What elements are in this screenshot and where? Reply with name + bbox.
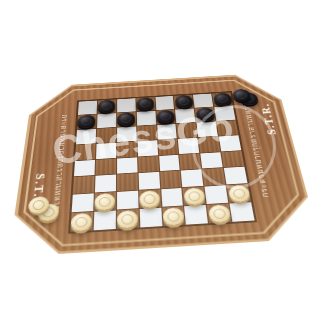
square-b3[interactable] [95, 175, 116, 193]
square-f5[interactable] [178, 138, 199, 154]
square-b8[interactable] [97, 99, 116, 113]
square-a5[interactable] [75, 144, 95, 160]
square-h5[interactable] [219, 135, 241, 151]
square-h1[interactable] [230, 202, 255, 222]
square-a1[interactable] [70, 212, 93, 232]
black-man-a7[interactable] [77, 115, 96, 129]
black-man-e7[interactable] [156, 110, 175, 124]
square-h4[interactable] [221, 151, 244, 168]
square-g3[interactable] [203, 168, 226, 186]
square-d1[interactable] [139, 208, 162, 228]
square-a4[interactable] [74, 160, 95, 177]
square-f7[interactable] [175, 108, 195, 123]
black-man-g7[interactable] [195, 107, 215, 121]
square-a6[interactable] [76, 129, 96, 145]
square-a8[interactable] [78, 101, 97, 115]
square-c1[interactable] [117, 209, 139, 229]
square-d4[interactable] [138, 156, 159, 173]
square-e5[interactable] [158, 139, 179, 155]
checkers-board: S.T.R. กระดานหมากรุกตราสามทหาร กระดานหมา… [8, 72, 319, 257]
square-c3[interactable] [117, 174, 138, 192]
square-c6[interactable] [117, 126, 136, 141]
square-d5[interactable] [137, 140, 157, 156]
black-man-b8[interactable] [98, 100, 116, 114]
square-g4[interactable] [201, 152, 223, 169]
playing-grid [68, 91, 257, 234]
square-d7[interactable] [136, 111, 155, 126]
square-f8[interactable] [174, 95, 194, 109]
square-e7[interactable] [156, 110, 176, 125]
square-d6[interactable] [137, 125, 157, 140]
square-g5[interactable] [199, 136, 221, 152]
square-h6[interactable] [217, 120, 239, 135]
square-c4[interactable] [117, 157, 137, 174]
black-man-f8[interactable] [175, 95, 194, 108]
square-f6[interactable] [177, 123, 198, 138]
square-c2[interactable] [117, 191, 138, 210]
square-e6[interactable] [157, 124, 177, 139]
square-g8[interactable] [193, 94, 213, 108]
square-f3[interactable] [181, 170, 203, 188]
square-c8[interactable] [117, 98, 136, 112]
square-b1[interactable] [94, 211, 116, 231]
square-g7[interactable] [195, 107, 216, 122]
square-b4[interactable] [95, 158, 115, 175]
square-e1[interactable] [162, 206, 185, 226]
square-e3[interactable] [160, 171, 182, 189]
black-man-d8[interactable] [136, 97, 154, 110]
square-a7[interactable] [77, 114, 96, 129]
white-man-a1[interactable] [71, 212, 93, 231]
square-e8[interactable] [155, 96, 174, 110]
square-f2[interactable] [183, 187, 206, 206]
white-man-c1[interactable] [117, 210, 138, 229]
square-h8[interactable] [212, 92, 233, 106]
product-photo: S.T.R. กระดานหมากรุกตราสามทหาร กระดานหมา… [0, 0, 320, 320]
square-d2[interactable] [139, 190, 161, 209]
white-man-e1[interactable] [162, 207, 184, 226]
square-b5[interactable] [96, 143, 116, 159]
black-man-c7[interactable] [117, 112, 135, 126]
square-c7[interactable] [117, 112, 136, 127]
square-g1[interactable] [207, 204, 231, 224]
square-h7[interactable] [214, 106, 235, 121]
white-man-b2[interactable] [95, 193, 116, 211]
square-d3[interactable] [138, 172, 159, 190]
square-a3[interactable] [73, 176, 94, 194]
square-d8[interactable] [136, 97, 155, 111]
square-c5[interactable] [117, 141, 137, 157]
square-g2[interactable] [205, 186, 229, 205]
black-man-h8[interactable] [213, 93, 233, 106]
square-e2[interactable] [161, 188, 184, 207]
square-g6[interactable] [197, 121, 218, 136]
square-a2[interactable] [72, 194, 94, 213]
square-b2[interactable] [94, 192, 116, 211]
square-f4[interactable] [180, 153, 202, 170]
square-b7[interactable] [97, 113, 116, 128]
white-man-f2[interactable] [183, 187, 205, 205]
square-h3[interactable] [224, 167, 248, 185]
square-f1[interactable] [184, 205, 208, 225]
square-e4[interactable] [159, 154, 180, 171]
white-man-g1[interactable] [208, 204, 231, 223]
square-b6[interactable] [96, 127, 115, 142]
square-h2[interactable] [227, 184, 251, 203]
white-man-d2[interactable] [139, 190, 160, 208]
white-man-h2[interactable] [227, 185, 250, 203]
